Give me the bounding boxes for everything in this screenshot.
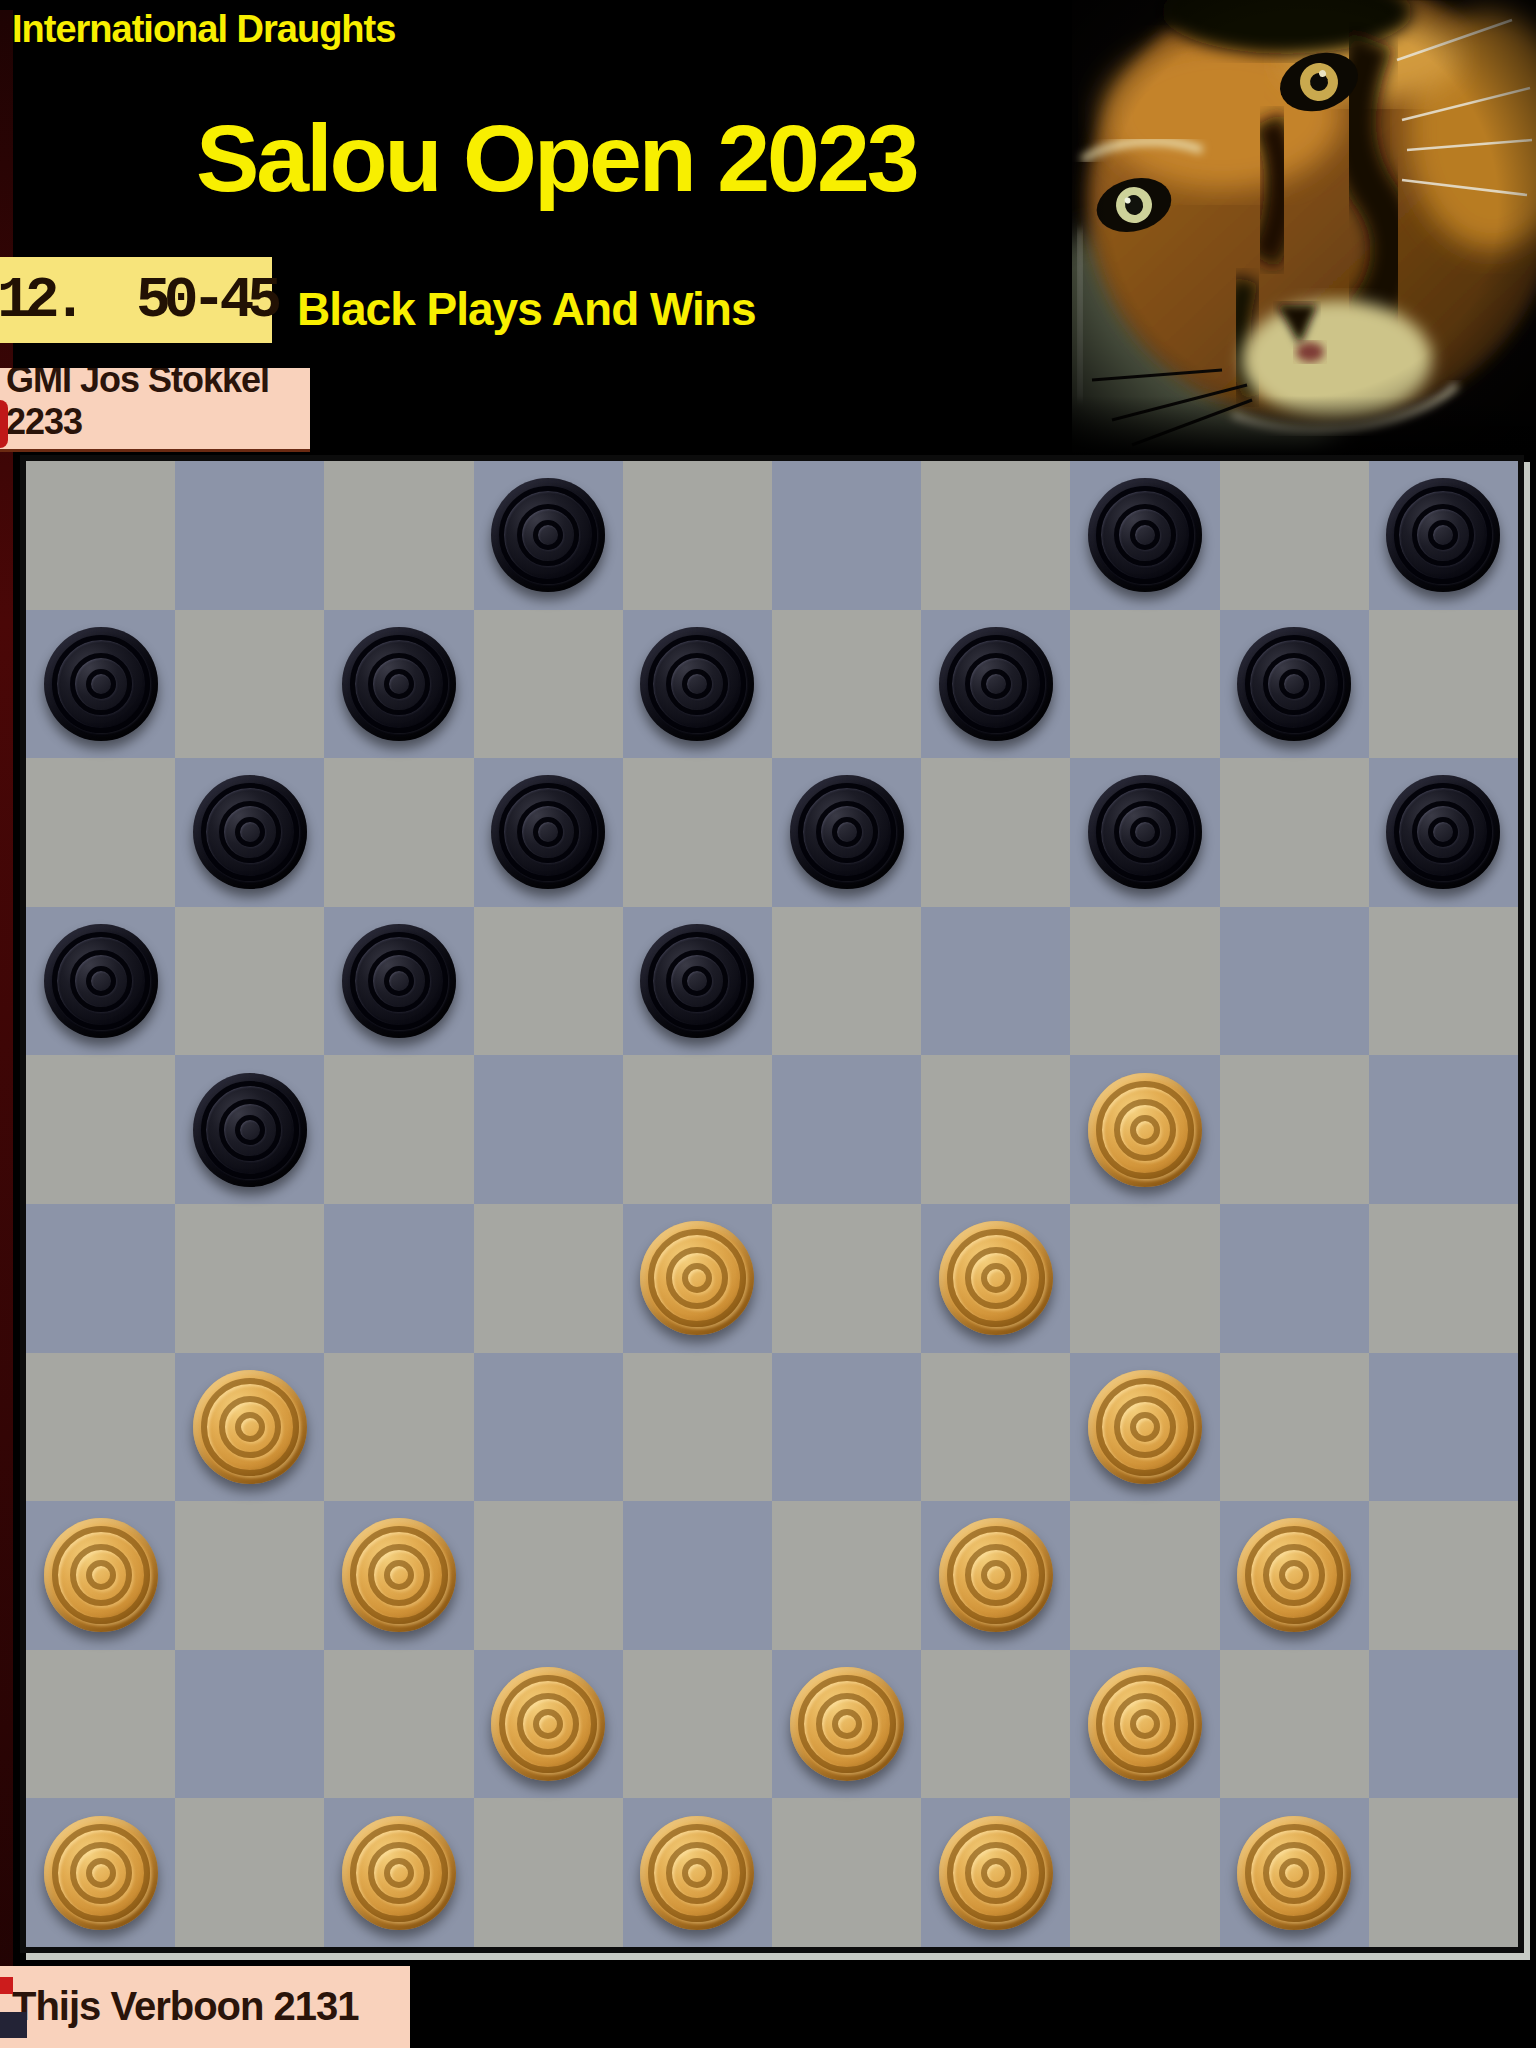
white-man[interactable] [939, 1518, 1053, 1632]
light-square [1070, 1501, 1219, 1650]
light-square [474, 907, 623, 1056]
square-26[interactable] [26, 1204, 175, 1353]
square-43[interactable] [772, 1650, 921, 1799]
square-15[interactable] [1369, 758, 1518, 907]
square-5[interactable] [1369, 461, 1518, 610]
light-square [1220, 1650, 1369, 1799]
square-8[interactable] [623, 610, 772, 759]
black-man[interactable] [193, 775, 307, 889]
light-square [474, 610, 623, 759]
square-16[interactable] [26, 907, 175, 1056]
white-man[interactable] [1088, 1667, 1202, 1781]
light-square [1070, 1204, 1219, 1353]
light-square [474, 1501, 623, 1650]
event-kicker: International Draughts [12, 8, 395, 51]
white-man[interactable] [939, 1816, 1053, 1930]
square-31[interactable] [175, 1353, 324, 1502]
white-man[interactable] [342, 1816, 456, 1930]
square-48[interactable] [623, 1798, 772, 1947]
light-square [1220, 758, 1369, 907]
light-square [623, 461, 772, 610]
black-man[interactable] [342, 924, 456, 1038]
light-square [1070, 1798, 1219, 1947]
light-square [175, 1204, 324, 1353]
black-man[interactable] [193, 1073, 307, 1187]
square-36[interactable] [26, 1501, 175, 1650]
square-2[interactable] [474, 461, 623, 610]
square-50[interactable] [1220, 1798, 1369, 1947]
white-man[interactable] [193, 1370, 307, 1484]
square-24[interactable] [1070, 1055, 1219, 1204]
square-22[interactable] [474, 1055, 623, 1204]
square-40[interactable] [1220, 1501, 1369, 1650]
square-9[interactable] [921, 610, 1070, 759]
square-47[interactable] [324, 1798, 473, 1947]
light-square [1070, 610, 1219, 759]
light-square [623, 1055, 772, 1204]
light-square [1369, 610, 1518, 759]
light-square [623, 758, 772, 907]
light-square [772, 610, 921, 759]
light-square [324, 1353, 473, 1502]
light-square [324, 461, 473, 610]
square-44[interactable] [1070, 1650, 1219, 1799]
light-square [474, 1798, 623, 1947]
light-square [921, 1650, 1070, 1799]
light-square [772, 1501, 921, 1650]
white-man[interactable] [1237, 1518, 1351, 1632]
light-square [1369, 1501, 1518, 1650]
square-7[interactable] [324, 610, 473, 759]
black-man[interactable] [939, 627, 1053, 741]
white-man[interactable] [790, 1667, 904, 1781]
light-square [921, 461, 1070, 610]
square-3[interactable] [772, 461, 921, 610]
square-21[interactable] [175, 1055, 324, 1204]
light-square [1220, 1353, 1369, 1502]
light-square [921, 758, 1070, 907]
black-man[interactable] [1386, 478, 1500, 592]
square-19[interactable] [921, 907, 1070, 1056]
black-man[interactable] [1386, 775, 1500, 889]
square-35[interactable] [1369, 1353, 1518, 1502]
white-man[interactable] [44, 1816, 158, 1930]
white-man[interactable] [939, 1221, 1053, 1335]
square-29[interactable] [921, 1204, 1070, 1353]
page: International Draughts Salou Open 2023 1… [0, 0, 1536, 2048]
light-square [175, 1798, 324, 1947]
square-30[interactable] [1220, 1204, 1369, 1353]
light-square [26, 461, 175, 610]
square-1[interactable] [175, 461, 324, 610]
light-square [26, 1055, 175, 1204]
light-square [175, 907, 324, 1056]
square-17[interactable] [324, 907, 473, 1056]
black-man[interactable] [1088, 478, 1202, 592]
light-square [1220, 461, 1369, 610]
puzzle-caption: Black Plays And Wins [297, 282, 756, 336]
square-41[interactable] [175, 1650, 324, 1799]
square-18[interactable] [623, 907, 772, 1056]
light-square [175, 610, 324, 759]
square-45[interactable] [1369, 1650, 1518, 1799]
black-man[interactable] [44, 627, 158, 741]
red-indicator-square [0, 1977, 13, 1994]
light-square [1220, 1055, 1369, 1204]
black-man[interactable] [342, 627, 456, 741]
navy-indicator-square [0, 2012, 27, 2038]
light-square [474, 1204, 623, 1353]
square-12[interactable] [474, 758, 623, 907]
light-square [772, 907, 921, 1056]
black-man[interactable] [1088, 775, 1202, 889]
square-23[interactable] [772, 1055, 921, 1204]
white-man[interactable] [640, 1816, 754, 1930]
light-square [623, 1650, 772, 1799]
white-man[interactable] [342, 1518, 456, 1632]
black-man[interactable] [790, 775, 904, 889]
square-38[interactable] [623, 1501, 772, 1650]
square-6[interactable] [26, 610, 175, 759]
light-square [1369, 1204, 1518, 1353]
square-42[interactable] [474, 1650, 623, 1799]
black-man[interactable] [640, 924, 754, 1038]
light-square [1369, 1798, 1518, 1947]
white-man[interactable] [1237, 1816, 1351, 1930]
cougar-photo [1072, 0, 1536, 456]
square-4[interactable] [1070, 461, 1219, 610]
light-square [324, 758, 473, 907]
square-33[interactable] [772, 1353, 921, 1502]
event-title: Salou Open 2023 [196, 104, 917, 213]
draughts-board [20, 455, 1524, 1953]
square-25[interactable] [1369, 1055, 1518, 1204]
square-10[interactable] [1220, 610, 1369, 759]
square-37[interactable] [324, 1501, 473, 1650]
square-49[interactable] [921, 1798, 1070, 1947]
light-square [26, 1353, 175, 1502]
light-square [772, 1204, 921, 1353]
square-28[interactable] [623, 1204, 772, 1353]
light-square [324, 1055, 473, 1204]
light-square [26, 758, 175, 907]
black-man[interactable] [1237, 627, 1351, 741]
player-top-label: GMI Jos Stokkel 2233 [0, 368, 310, 452]
light-square [175, 1501, 324, 1650]
square-27[interactable] [324, 1204, 473, 1353]
light-square [1369, 907, 1518, 1056]
white-man[interactable] [1088, 1370, 1202, 1484]
square-46[interactable] [26, 1798, 175, 1947]
white-man[interactable] [44, 1518, 158, 1632]
square-13[interactable] [772, 758, 921, 907]
red-mark [0, 400, 8, 448]
light-square [623, 1353, 772, 1502]
black-man[interactable] [44, 924, 158, 1038]
square-11[interactable] [175, 758, 324, 907]
player-bottom-label: Thijs Verboon 2131 [0, 1966, 410, 2048]
cougar-illustration [1072, 0, 1536, 456]
white-man[interactable] [491, 1667, 605, 1781]
square-20[interactable] [1220, 907, 1369, 1056]
black-man[interactable] [640, 627, 754, 741]
square-39[interactable] [921, 1501, 1070, 1650]
black-man[interactable] [491, 775, 605, 889]
move-label-text: 12. 50-45 [0, 268, 275, 333]
white-man[interactable] [1088, 1073, 1202, 1187]
square-14[interactable] [1070, 758, 1219, 907]
light-square [921, 1353, 1070, 1502]
light-square [772, 1798, 921, 1947]
square-34[interactable] [1070, 1353, 1219, 1502]
light-square [324, 1650, 473, 1799]
white-man[interactable] [640, 1221, 754, 1335]
black-man[interactable] [491, 478, 605, 592]
square-32[interactable] [474, 1353, 623, 1502]
light-square [26, 1650, 175, 1799]
move-label: 12. 50-45 [0, 257, 272, 343]
light-square [921, 1055, 1070, 1204]
light-square [1070, 907, 1219, 1056]
